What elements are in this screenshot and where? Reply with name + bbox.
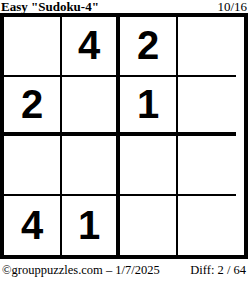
cell-r2c1[interactable]: 2 (4, 77, 62, 137)
cell-r1c4[interactable] (178, 17, 236, 77)
header: Easy "Sudoku-4" 10/16 (0, 0, 248, 13)
cell-r4c4[interactable] (178, 196, 236, 256)
cell-r1c2[interactable]: 4 (62, 17, 120, 77)
cell-r3c4[interactable] (178, 136, 236, 196)
cell-r2c2[interactable] (62, 77, 120, 137)
puzzle-page: Easy "Sudoku-4" 10/16 4 2 2 1 4 1 ©group… (0, 0, 248, 282)
difficulty-text: Diff: 2 / 64 (190, 263, 246, 278)
cell-r1c1[interactable] (4, 17, 62, 77)
cell-r2c3[interactable]: 1 (120, 77, 178, 137)
page-title: Easy "Sudoku-4" (1, 0, 99, 13)
cell-r3c2[interactable] (62, 136, 120, 196)
cell-r3c3[interactable] (120, 136, 178, 196)
copyright-text: ©grouppuzzles.com – 1/7/2025 (2, 263, 160, 278)
progress-counter: 10/16 (217, 0, 247, 13)
cell-r4c3[interactable] (120, 196, 178, 256)
cell-r4c2[interactable]: 1 (62, 196, 120, 256)
cell-r4c1[interactable]: 4 (4, 196, 62, 256)
footer: ©grouppuzzles.com – 1/7/2025 Diff: 2 / 6… (0, 259, 248, 282)
cell-r1c3[interactable]: 2 (120, 17, 178, 77)
sudoku-board: 4 2 2 1 4 1 (0, 13, 248, 259)
cell-r2c4[interactable] (178, 77, 236, 137)
cell-r3c1[interactable] (4, 136, 62, 196)
